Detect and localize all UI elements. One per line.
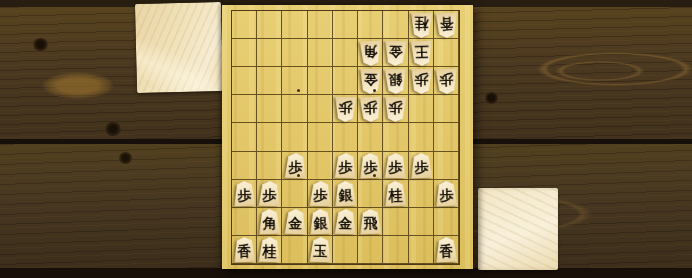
square-3g[interactable]: 桂: [383, 180, 408, 208]
square-1f[interactable]: [434, 152, 459, 180]
piece-kanji: 角: [363, 44, 377, 58]
piece-kanji: 王: [414, 44, 428, 58]
square-2d[interactable]: [409, 95, 434, 123]
shogi-board: 桂香角金王金銀歩歩歩歩歩歩歩歩歩歩歩歩歩銀桂歩角金銀金飛香桂玉香: [222, 5, 473, 269]
board-grid: 桂香角金王金銀歩歩歩歩歩歩歩歩歩歩歩歩歩銀桂歩角金銀金飛香桂玉香: [231, 10, 460, 265]
piece-gote-silver[interactable]: 銀: [385, 68, 407, 94]
piece-sente-gold[interactable]: 金: [284, 209, 306, 235]
square-5f[interactable]: 歩: [333, 152, 358, 180]
square-1g[interactable]: 歩: [434, 180, 459, 208]
star-point: [297, 174, 300, 177]
square-3f[interactable]: 歩: [383, 152, 408, 180]
square-1c[interactable]: 歩: [434, 67, 459, 95]
square-6f[interactable]: [308, 152, 333, 180]
square-8g[interactable]: 歩: [257, 180, 282, 208]
piece-body: 歩: [410, 153, 432, 179]
square-2b[interactable]: 王: [409, 39, 434, 67]
piece-kanji: 歩: [237, 188, 251, 202]
square-3i[interactable]: [383, 236, 408, 264]
square-5g[interactable]: 銀: [333, 180, 358, 208]
square-5i[interactable]: [333, 236, 358, 264]
piece-kanji: 歩: [364, 160, 378, 174]
piece-kanji: 歩: [439, 73, 453, 87]
wood-knot: [32, 38, 49, 51]
square-2a[interactable]: 桂: [409, 11, 434, 39]
piece-gote-king[interactable]: 王: [410, 40, 432, 66]
square-3d[interactable]: 歩: [383, 95, 408, 123]
star-point: [297, 89, 300, 92]
square-1e[interactable]: [434, 123, 459, 151]
square-3b[interactable]: 金: [383, 39, 408, 67]
square-5b[interactable]: [333, 39, 358, 67]
square-6e[interactable]: [308, 123, 333, 151]
piece-sente-pawn[interactable]: 歩: [284, 153, 306, 179]
piece-body: 桂: [410, 12, 432, 38]
square-3a[interactable]: [383, 11, 408, 39]
square-8f[interactable]: [257, 152, 282, 180]
square-9b[interactable]: [232, 39, 257, 67]
piece-kanji: 金: [389, 44, 403, 58]
square-9e[interactable]: [232, 123, 257, 151]
piece-kanji: 香: [439, 16, 453, 30]
piece-body: 歩: [335, 153, 357, 179]
piece-kanji: 歩: [313, 188, 327, 202]
piece-sente-pawn[interactable]: 歩: [234, 181, 256, 207]
piece-kanji: 桂: [389, 188, 403, 202]
square-9h[interactable]: [232, 208, 257, 236]
piece-body: 歩: [335, 97, 357, 123]
square-3c[interactable]: 銀: [383, 67, 408, 95]
piece-kanji: 金: [288, 216, 302, 230]
square-4i[interactable]: [358, 236, 383, 264]
piece-body: 王: [410, 40, 432, 66]
square-1h[interactable]: [434, 208, 459, 236]
piece-kanji: 歩: [389, 101, 403, 115]
piece-sente-silver[interactable]: 銀: [335, 181, 357, 207]
piece-sente-knight[interactable]: 桂: [385, 181, 407, 207]
piece-body: 金: [360, 68, 382, 94]
piece-gote-pawn[interactable]: 歩: [335, 97, 357, 123]
piece-kanji: 玉: [313, 244, 327, 258]
piece-gote-bishop[interactable]: 角: [360, 40, 382, 66]
piece-kanji: 香: [439, 244, 453, 258]
square-3e[interactable]: [383, 123, 408, 151]
star-point: [373, 89, 376, 92]
piece-body: 桂: [259, 237, 281, 263]
square-2e[interactable]: [409, 123, 434, 151]
square-8h[interactable]: 角: [257, 208, 282, 236]
piece-sente-king[interactable]: 玉: [309, 237, 331, 263]
square-9f[interactable]: [232, 152, 257, 180]
piece-kanji: 金: [364, 73, 378, 87]
piece-kanji: 金: [338, 216, 352, 230]
wood-knot: [484, 92, 499, 104]
square-4d[interactable]: 歩: [358, 95, 383, 123]
piece-sente-knight[interactable]: 桂: [259, 237, 281, 263]
piece-kanji: 歩: [363, 101, 377, 115]
square-7h[interactable]: 金: [282, 208, 307, 236]
piece-body: 飛: [360, 209, 382, 235]
piece-kanji: 銀: [338, 188, 352, 202]
piece-kanji: 歩: [288, 160, 302, 174]
piece-sente-pawn[interactable]: 歩: [410, 153, 432, 179]
square-9d[interactable]: [232, 95, 257, 123]
star-point: [373, 174, 376, 177]
piece-sente-bishop[interactable]: 角: [259, 209, 281, 235]
square-9g[interactable]: 歩: [232, 180, 257, 208]
square-7e[interactable]: [282, 123, 307, 151]
piece-kanji: 歩: [414, 160, 428, 174]
square-6a[interactable]: [308, 11, 333, 39]
piece-sente-lance[interactable]: 香: [234, 237, 256, 263]
piece-body: 歩: [259, 181, 281, 207]
square-9c[interactable]: [232, 67, 257, 95]
square-1a[interactable]: 香: [434, 11, 459, 39]
square-3h[interactable]: [383, 208, 408, 236]
shogi-photo-scene: 桂香角金王金銀歩歩歩歩歩歩歩歩歩歩歩歩歩銀桂歩角金銀金飛香桂玉香: [0, 0, 692, 278]
square-2c[interactable]: 歩: [409, 67, 434, 95]
piece-body: 金: [335, 209, 357, 235]
piece-gote-pawn[interactable]: 歩: [410, 68, 432, 94]
square-6b[interactable]: [308, 39, 333, 67]
square-4b[interactable]: 角: [358, 39, 383, 67]
piece-kanji: 桂: [414, 16, 428, 30]
piece-gote-pawn[interactable]: 歩: [435, 68, 457, 94]
square-9i[interactable]: 香: [232, 236, 257, 264]
square-2g[interactable]: [409, 180, 434, 208]
square-4c[interactable]: 金: [358, 67, 383, 95]
piece-body: 歩: [360, 97, 382, 123]
piece-kanji: 香: [237, 244, 251, 258]
square-5d[interactable]: 歩: [333, 95, 358, 123]
piece-body: 金: [284, 209, 306, 235]
square-1i[interactable]: 香: [434, 236, 459, 264]
square-7f[interactable]: 歩: [282, 152, 307, 180]
square-1b[interactable]: [434, 39, 459, 67]
piece-body: 銀: [385, 68, 407, 94]
square-7i[interactable]: [282, 236, 307, 264]
square-7c[interactable]: [282, 67, 307, 95]
piece-sente-gold[interactable]: 金: [335, 209, 357, 235]
piece-kanji: 銀: [389, 73, 403, 87]
square-5e[interactable]: [333, 123, 358, 151]
square-4e[interactable]: [358, 123, 383, 151]
piece-sente-pawn[interactable]: 歩: [435, 181, 457, 207]
piece-sente-pawn[interactable]: 歩: [335, 153, 357, 179]
piece-kanji: 銀: [313, 216, 327, 230]
square-8e[interactable]: [257, 123, 282, 151]
piece-body: 歩: [410, 68, 432, 94]
square-2f[interactable]: 歩: [409, 152, 434, 180]
piece-kanji: 桂: [263, 244, 277, 258]
piece-body: 銀: [335, 181, 357, 207]
piece-body: 銀: [309, 209, 331, 235]
piece-body: 香: [435, 12, 457, 38]
piece-body: 玉: [309, 237, 331, 263]
square-8b[interactable]: [257, 39, 282, 67]
square-5h[interactable]: 金: [333, 208, 358, 236]
piece-kanji: 歩: [414, 73, 428, 87]
square-6c[interactable]: [308, 67, 333, 95]
wood-knot: [104, 122, 122, 136]
piece-sente-silver[interactable]: 銀: [309, 209, 331, 235]
square-7b[interactable]: [282, 39, 307, 67]
piece-gote-gold[interactable]: 金: [385, 40, 407, 66]
piece-body: 歩: [234, 181, 256, 207]
piece-sente-lance[interactable]: 香: [435, 237, 457, 263]
square-7d[interactable]: [282, 95, 307, 123]
square-5a[interactable]: [333, 11, 358, 39]
piece-sente-rook[interactable]: 飛: [360, 209, 382, 235]
piece-kanji: 歩: [389, 160, 403, 174]
piece-gote-pawn[interactable]: 歩: [385, 97, 407, 123]
piece-gote-gold[interactable]: 金: [360, 68, 382, 94]
piece-kanji: 歩: [338, 101, 352, 115]
piece-gote-lance[interactable]: 香: [435, 12, 457, 38]
piece-body: 歩: [385, 97, 407, 123]
piece-stand-right: [478, 188, 558, 270]
square-4h[interactable]: 飛: [358, 208, 383, 236]
piece-stand-left: [135, 2, 223, 93]
piece-body: 角: [360, 40, 382, 66]
square-7a[interactable]: [282, 11, 307, 39]
piece-kanji: 歩: [263, 188, 277, 202]
piece-body: 歩: [435, 68, 457, 94]
piece-body: 歩: [385, 153, 407, 179]
piece-sente-pawn[interactable]: 歩: [259, 181, 281, 207]
square-8d[interactable]: [257, 95, 282, 123]
square-2h[interactable]: [409, 208, 434, 236]
piece-body: 歩: [360, 153, 382, 179]
table-edge-bottom: [0, 268, 692, 278]
square-2i[interactable]: [409, 236, 434, 264]
square-9a[interactable]: [232, 11, 257, 39]
piece-sente-pawn[interactable]: 歩: [385, 153, 407, 179]
piece-gote-pawn[interactable]: 歩: [360, 97, 382, 123]
piece-body: 歩: [284, 153, 306, 179]
piece-kanji: 角: [263, 216, 277, 230]
square-1d[interactable]: [434, 95, 459, 123]
square-4g[interactable]: [358, 180, 383, 208]
piece-kanji: 歩: [338, 160, 352, 174]
piece-body: 桂: [385, 181, 407, 207]
piece-body: 香: [435, 237, 457, 263]
piece-sente-pawn[interactable]: 歩: [309, 181, 331, 207]
square-8a[interactable]: [257, 11, 282, 39]
piece-kanji: 歩: [439, 188, 453, 202]
piece-body: 香: [234, 237, 256, 263]
square-6d[interactable]: [308, 95, 333, 123]
square-8i[interactable]: 桂: [257, 236, 282, 264]
wood-light-patch: [42, 72, 114, 99]
square-6h[interactable]: 銀: [308, 208, 333, 236]
piece-body: 歩: [309, 181, 331, 207]
square-4a[interactable]: [358, 11, 383, 39]
piece-kanji: 飛: [364, 216, 378, 230]
piece-body: 歩: [435, 181, 457, 207]
piece-gote-knight[interactable]: 桂: [410, 12, 432, 38]
piece-sente-pawn[interactable]: 歩: [360, 153, 382, 179]
piece-body: 金: [385, 40, 407, 66]
square-6g[interactable]: 歩: [308, 180, 333, 208]
square-7g[interactable]: [282, 180, 307, 208]
square-4f[interactable]: 歩: [358, 152, 383, 180]
square-5c[interactable]: [333, 67, 358, 95]
wood-knot: [118, 152, 133, 164]
piece-body: 角: [259, 209, 281, 235]
square-6i[interactable]: 玉: [308, 236, 333, 264]
square-8c[interactable]: [257, 67, 282, 95]
